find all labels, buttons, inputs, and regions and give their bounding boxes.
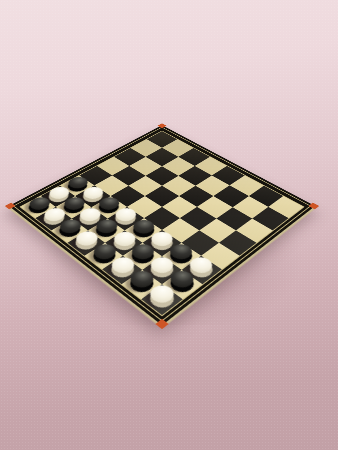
photo-scene (0, 0, 338, 450)
white-checker[interactable] (145, 287, 178, 312)
